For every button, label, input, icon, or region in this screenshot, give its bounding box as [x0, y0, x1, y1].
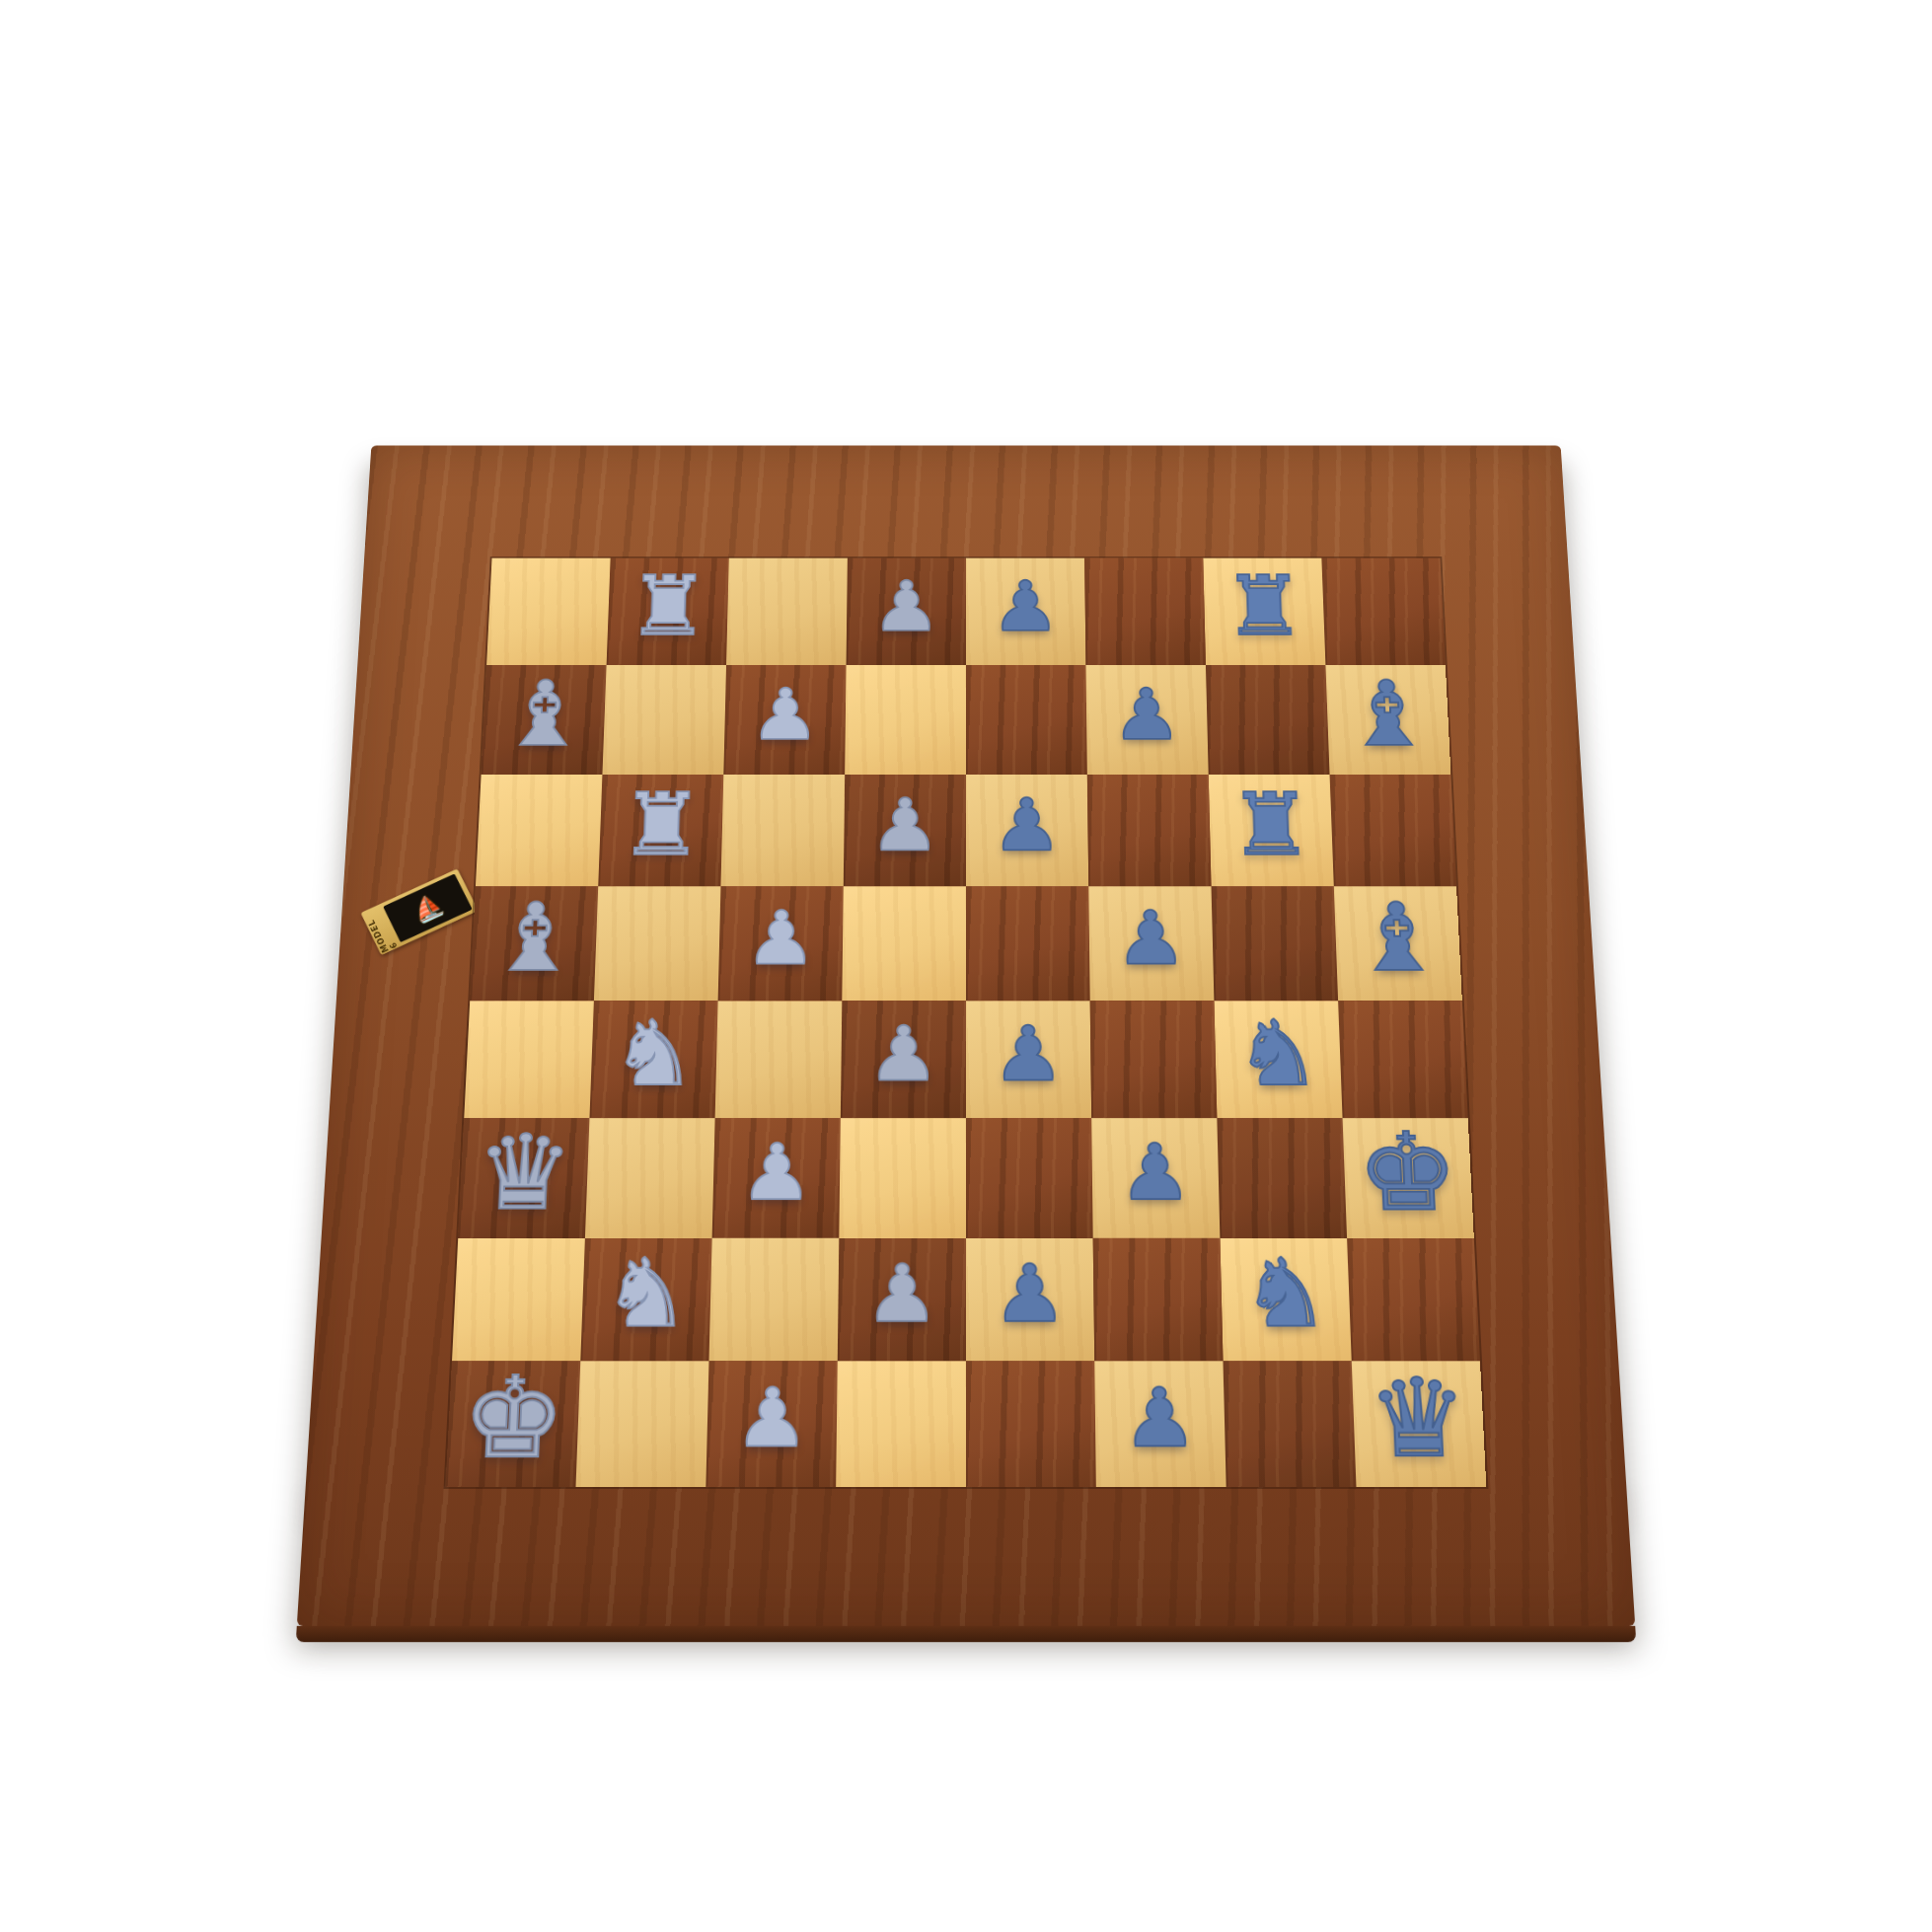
square-g7 [1206, 665, 1330, 775]
square-h5: ♝ [1334, 886, 1462, 1001]
square-d5 [842, 886, 966, 1001]
square-c6 [720, 775, 845, 886]
board-border: MODEL 6 ⛵ ♜♟♟♜♝♟♟♝♜♟♟♜♝♟♟♝♞♟♟♞♛♟♟♚♞♟♟♞♚♟… [297, 446, 1635, 1626]
square-e7 [966, 665, 1087, 775]
square-f4 [1090, 1001, 1218, 1118]
light-bishop: ♝ [498, 670, 590, 759]
dark-pawn: ♟ [992, 1016, 1065, 1092]
light-pawn: ♟ [739, 1134, 814, 1211]
square-a8 [486, 558, 611, 665]
square-a5: ♝ [470, 886, 598, 1001]
square-h1: ♛ [1352, 1361, 1487, 1487]
light-pawn: ♟ [734, 1377, 810, 1458]
maker-label-sticker: MODEL 6 ⛵ [360, 868, 478, 955]
square-c4 [715, 1001, 843, 1118]
dark-pawn: ♟ [1115, 901, 1188, 975]
square-f2 [1093, 1238, 1224, 1362]
dark-knight: ♞ [1233, 1009, 1322, 1099]
square-h4 [1338, 1001, 1468, 1118]
square-g8: ♜ [1203, 558, 1325, 665]
square-b8: ♜ [607, 558, 729, 665]
square-a3: ♛ [458, 1118, 589, 1238]
square-d6: ♟ [844, 775, 966, 886]
scene: MODEL 6 ⛵ ♜♟♟♜♝♟♟♝♜♟♟♜♝♟♟♝♞♟♟♞♛♟♟♚♞♟♟♞♚♟… [0, 0, 1932, 1932]
square-h2 [1347, 1238, 1480, 1362]
square-b1 [576, 1361, 709, 1487]
light-pawn: ♟ [867, 1016, 940, 1092]
square-b2: ♞ [580, 1238, 711, 1362]
dark-rook: ♜ [1222, 565, 1306, 647]
dark-pawn: ♟ [1111, 679, 1182, 750]
square-b6: ♜ [598, 775, 723, 886]
light-pawn: ♟ [869, 789, 940, 861]
square-g3 [1217, 1118, 1347, 1238]
square-e2: ♟ [966, 1238, 1094, 1362]
square-h7: ♝ [1325, 665, 1450, 775]
light-knight: ♞ [610, 1009, 699, 1099]
square-h3: ♚ [1343, 1118, 1474, 1238]
square-d7 [845, 665, 966, 775]
square-e4: ♟ [966, 1001, 1091, 1118]
maker-label-emblem: ⛵ [383, 873, 473, 942]
light-pawn: ♟ [745, 901, 818, 975]
dark-bishop: ♝ [1351, 892, 1445, 986]
square-f8 [1084, 558, 1206, 665]
square-a2 [452, 1238, 585, 1362]
square-b7 [602, 665, 726, 775]
square-d2: ♟ [838, 1238, 966, 1362]
square-e1 [966, 1361, 1096, 1487]
light-rook: ♜ [618, 782, 705, 868]
square-d8: ♟ [847, 558, 966, 665]
dark-pawn: ♟ [993, 1254, 1067, 1333]
square-c8 [726, 558, 848, 665]
square-g1 [1223, 1361, 1356, 1487]
square-e3 [966, 1118, 1093, 1238]
square-d4: ♟ [841, 1001, 966, 1118]
dark-king: ♚ [1355, 1119, 1460, 1226]
square-d1 [836, 1361, 966, 1487]
chess-board: ♜♟♟♜♝♟♟♝♜♟♟♜♝♟♟♝♞♟♟♞♛♟♟♚♞♟♟♞♚♟♟♛ [446, 558, 1487, 1487]
square-f6 [1087, 775, 1212, 886]
square-g4: ♞ [1214, 1001, 1342, 1118]
square-f7: ♟ [1085, 665, 1208, 775]
square-a1: ♚ [446, 1361, 581, 1487]
square-c1: ♟ [706, 1361, 837, 1487]
square-c3: ♟ [712, 1118, 841, 1238]
square-b5 [594, 886, 721, 1001]
light-pawn: ♟ [864, 1254, 938, 1333]
square-e6: ♟ [966, 775, 1088, 886]
square-h8 [1321, 558, 1446, 665]
dark-rook: ♜ [1227, 782, 1314, 868]
light-knight: ♞ [601, 1246, 692, 1341]
light-queen: ♛ [474, 1121, 575, 1225]
dark-knight: ♞ [1240, 1246, 1331, 1341]
square-c5: ♟ [718, 886, 844, 1001]
square-e8: ♟ [966, 558, 1085, 665]
square-f5: ♟ [1088, 886, 1214, 1001]
dark-pawn: ♟ [992, 789, 1063, 861]
square-a6 [476, 775, 602, 886]
dark-bishop: ♝ [1342, 670, 1434, 759]
dark-pawn: ♟ [991, 572, 1060, 641]
dark-queen: ♛ [1367, 1364, 1471, 1472]
square-e5 [966, 886, 1090, 1001]
ship-icon: ⛵ [408, 890, 447, 927]
square-c7: ♟ [723, 665, 846, 775]
dark-pawn: ♟ [1118, 1134, 1193, 1211]
light-pawn: ♟ [750, 679, 821, 750]
square-f3: ♟ [1091, 1118, 1220, 1238]
square-b4: ♞ [589, 1001, 717, 1118]
square-g6: ♜ [1209, 775, 1334, 886]
dark-pawn: ♟ [1122, 1377, 1198, 1458]
light-rook: ♜ [626, 565, 710, 647]
square-f1: ♟ [1094, 1361, 1226, 1487]
chess-board-wrapper: MODEL 6 ⛵ ♜♟♟♜♝♟♟♝♜♟♟♜♝♟♟♝♞♟♟♞♛♟♟♚♞♟♟♞♚♟… [297, 446, 1635, 1626]
light-pawn: ♟ [871, 572, 940, 641]
square-h6 [1330, 775, 1456, 886]
square-a4 [464, 1001, 594, 1118]
square-b3 [585, 1118, 715, 1238]
square-a7: ♝ [482, 665, 607, 775]
light-bishop: ♝ [487, 892, 581, 986]
square-d3 [839, 1118, 966, 1238]
square-g5 [1212, 886, 1339, 1001]
square-c2 [709, 1238, 840, 1362]
square-g2: ♞ [1220, 1238, 1351, 1362]
light-king: ♚ [459, 1362, 567, 1474]
